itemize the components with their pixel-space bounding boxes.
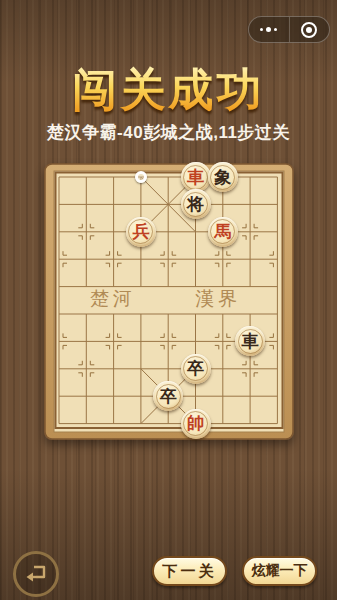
next-level-button[interactable]: 下一关 [152, 556, 227, 586]
level-subtitle: 楚汉争霸-40彭城之战,11步过关 [0, 121, 337, 144]
piece-red-車[interactable]: 車 [181, 162, 211, 192]
piece-black-象[interactable]: 象 [208, 162, 238, 192]
circle-dot-icon [301, 22, 317, 38]
river-label-right: 漢界 [195, 287, 241, 309]
piece-black-将[interactable]: 将 [181, 189, 211, 219]
piece-character: 車 [242, 333, 259, 350]
back-button[interactable] [13, 551, 59, 597]
piece-character: 兵 [132, 223, 149, 240]
piece-character: 象 [214, 169, 231, 186]
piece-character: 卒 [187, 360, 204, 377]
piece-black-卒[interactable]: 卒 [181, 354, 211, 384]
piece-character: 将 [187, 196, 204, 213]
piece-character: 車 [187, 169, 204, 186]
more-icon [260, 28, 263, 31]
piece-red-帥[interactable]: 帥 [181, 409, 211, 439]
river-label-left: 楚河 [90, 287, 136, 309]
last-move-origin-marker [135, 171, 147, 183]
return-arrow-icon [23, 561, 49, 587]
brag-button[interactable]: 炫耀一下 [242, 556, 317, 586]
piece-character: 帥 [187, 415, 204, 432]
success-title: 闯关成功 [0, 60, 337, 120]
xiangqi-board[interactable]: 楚河 漢界 車象将兵馬車卒卒帥 [44, 163, 294, 440]
exit-button[interactable] [290, 17, 330, 42]
more-button[interactable] [249, 17, 290, 42]
miniprogram-capsule [248, 16, 330, 43]
piece-character: 卒 [160, 388, 177, 405]
piece-red-兵[interactable]: 兵 [126, 217, 156, 247]
piece-character: 馬 [214, 223, 231, 240]
piece-red-馬[interactable]: 馬 [208, 217, 238, 247]
